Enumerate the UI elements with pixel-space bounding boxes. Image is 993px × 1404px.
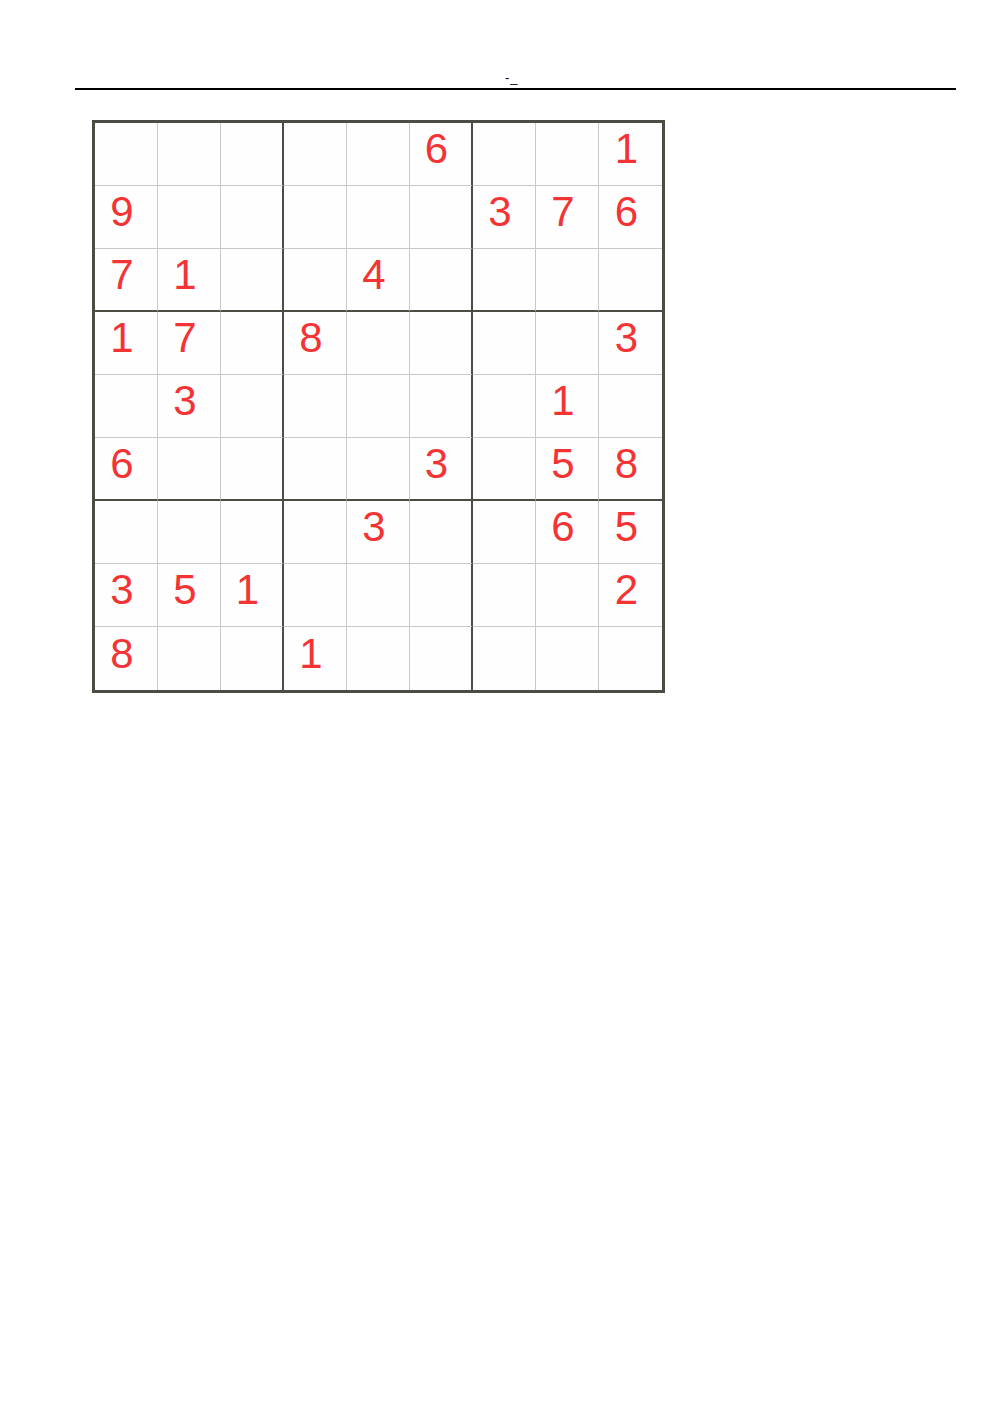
cell-r3c2[interactable]: 1 xyxy=(158,249,221,312)
header-rule xyxy=(75,88,956,90)
cell-r7c7[interactable] xyxy=(473,501,536,564)
cell-r3c1[interactable]: 7 xyxy=(95,249,158,312)
cell-r5c7[interactable] xyxy=(473,375,536,438)
given-digit: 3 xyxy=(362,506,385,548)
given-digit: 9 xyxy=(110,191,133,233)
given-digit: 3 xyxy=(425,443,448,485)
cell-r7c2[interactable] xyxy=(158,501,221,564)
given-digit: 1 xyxy=(551,380,574,422)
cell-r4c7[interactable] xyxy=(473,312,536,375)
given-digit: 7 xyxy=(173,317,196,359)
cell-r8c9[interactable]: 2 xyxy=(599,564,662,627)
cell-r6c4[interactable] xyxy=(284,438,347,501)
given-digit: 6 xyxy=(425,128,448,170)
cell-r7c4[interactable] xyxy=(284,501,347,564)
cell-r2c2[interactable] xyxy=(158,186,221,249)
cell-r5c2[interactable]: 3 xyxy=(158,375,221,438)
given-digit: 8 xyxy=(110,633,133,675)
given-digit: 3 xyxy=(488,191,511,233)
cell-r8c5[interactable] xyxy=(347,564,410,627)
cell-r2c7[interactable]: 3 xyxy=(473,186,536,249)
cell-r3c8[interactable] xyxy=(536,249,599,312)
given-digit: 6 xyxy=(551,506,574,548)
cell-r7c3[interactable] xyxy=(221,501,284,564)
cell-r2c4[interactable] xyxy=(284,186,347,249)
cell-r4c9[interactable]: 3 xyxy=(599,312,662,375)
cell-r4c8[interactable] xyxy=(536,312,599,375)
sudoku-board-container: 6193767141783316358365351281 xyxy=(92,120,665,693)
given-digit: 8 xyxy=(299,317,322,359)
cell-r6c5[interactable] xyxy=(347,438,410,501)
cell-r1c2[interactable] xyxy=(158,123,221,186)
cell-r6c7[interactable] xyxy=(473,438,536,501)
header-mark: -_ xyxy=(505,70,519,85)
cell-r1c6[interactable]: 6 xyxy=(410,123,473,186)
cell-r4c4[interactable]: 8 xyxy=(284,312,347,375)
cell-r6c6[interactable]: 3 xyxy=(410,438,473,501)
given-digit: 5 xyxy=(173,569,196,611)
cell-r6c9[interactable]: 8 xyxy=(599,438,662,501)
cell-r9c8[interactable] xyxy=(536,627,599,690)
given-digit: 8 xyxy=(615,443,638,485)
cell-r9c3[interactable] xyxy=(221,627,284,690)
cell-r1c4[interactable] xyxy=(284,123,347,186)
cell-r9c7[interactable] xyxy=(473,627,536,690)
cell-r2c1[interactable]: 9 xyxy=(95,186,158,249)
cell-r3c6[interactable] xyxy=(410,249,473,312)
cell-r7c6[interactable] xyxy=(410,501,473,564)
cell-r1c7[interactable] xyxy=(473,123,536,186)
cell-r6c1[interactable]: 6 xyxy=(95,438,158,501)
cell-r9c4[interactable]: 1 xyxy=(284,627,347,690)
cell-r5c1[interactable] xyxy=(95,375,158,438)
cell-r4c3[interactable] xyxy=(221,312,284,375)
cell-r4c5[interactable] xyxy=(347,312,410,375)
cell-r1c9[interactable]: 1 xyxy=(599,123,662,186)
cell-r8c4[interactable] xyxy=(284,564,347,627)
cell-r9c5[interactable] xyxy=(347,627,410,690)
cell-r5c6[interactable] xyxy=(410,375,473,438)
given-digit: 5 xyxy=(615,506,638,548)
given-digit: 1 xyxy=(110,317,133,359)
cell-r1c5[interactable] xyxy=(347,123,410,186)
cell-r7c9[interactable]: 5 xyxy=(599,501,662,564)
cell-r9c1[interactable]: 8 xyxy=(95,627,158,690)
given-digit: 2 xyxy=(615,569,638,611)
cell-r2c3[interactable] xyxy=(221,186,284,249)
cell-r5c9[interactable] xyxy=(599,375,662,438)
given-digit: 6 xyxy=(615,191,638,233)
given-digit: 3 xyxy=(173,380,196,422)
cell-r2c6[interactable] xyxy=(410,186,473,249)
cell-r8c1[interactable]: 3 xyxy=(95,564,158,627)
cell-r5c5[interactable] xyxy=(347,375,410,438)
cell-r9c2[interactable] xyxy=(158,627,221,690)
given-digit: 1 xyxy=(299,633,322,675)
cell-r7c8[interactable]: 6 xyxy=(536,501,599,564)
cell-r8c8[interactable] xyxy=(536,564,599,627)
cell-r1c3[interactable] xyxy=(221,123,284,186)
cell-r9c9[interactable] xyxy=(599,627,662,690)
cell-r6c3[interactable] xyxy=(221,438,284,501)
given-digit: 1 xyxy=(615,128,638,170)
sudoku-board: 6193767141783316358365351281 xyxy=(92,120,665,693)
cell-r8c6[interactable] xyxy=(410,564,473,627)
cell-r3c5[interactable]: 4 xyxy=(347,249,410,312)
given-digit: 5 xyxy=(551,443,574,485)
cell-r3c9[interactable] xyxy=(599,249,662,312)
cell-r2c8[interactable]: 7 xyxy=(536,186,599,249)
cell-r8c7[interactable] xyxy=(473,564,536,627)
given-digit: 3 xyxy=(615,317,638,359)
cell-r4c2[interactable]: 7 xyxy=(158,312,221,375)
given-digit: 3 xyxy=(110,569,133,611)
cell-r1c1[interactable] xyxy=(95,123,158,186)
cell-r8c2[interactable]: 5 xyxy=(158,564,221,627)
cell-r1c8[interactable] xyxy=(536,123,599,186)
cell-r2c5[interactable] xyxy=(347,186,410,249)
cell-r6c8[interactable]: 5 xyxy=(536,438,599,501)
cell-r7c1[interactable] xyxy=(95,501,158,564)
cell-r5c3[interactable] xyxy=(221,375,284,438)
given-digit: 1 xyxy=(236,569,259,611)
given-digit: 1 xyxy=(173,254,196,296)
cell-r8c3[interactable]: 1 xyxy=(221,564,284,627)
cell-r6c2[interactable] xyxy=(158,438,221,501)
cell-r3c4[interactable] xyxy=(284,249,347,312)
cell-r3c7[interactable] xyxy=(473,249,536,312)
cell-r4c6[interactable] xyxy=(410,312,473,375)
cell-r5c8[interactable]: 1 xyxy=(536,375,599,438)
given-digit: 7 xyxy=(551,191,574,233)
cell-r5c4[interactable] xyxy=(284,375,347,438)
given-digit: 4 xyxy=(362,254,385,296)
cell-r3c3[interactable] xyxy=(221,249,284,312)
cell-r4c1[interactable]: 1 xyxy=(95,312,158,375)
given-digit: 7 xyxy=(110,254,133,296)
cell-r2c9[interactable]: 6 xyxy=(599,186,662,249)
cell-r7c5[interactable]: 3 xyxy=(347,501,410,564)
given-digit: 6 xyxy=(110,443,133,485)
cell-r9c6[interactable] xyxy=(410,627,473,690)
